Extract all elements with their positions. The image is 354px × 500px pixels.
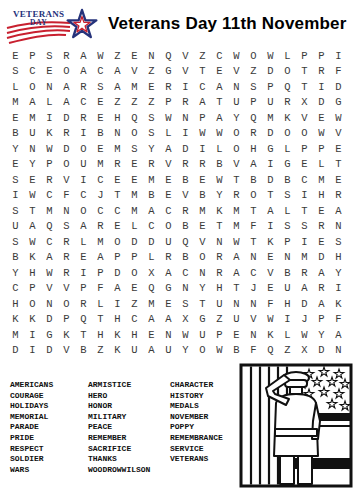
grid-cell: E: [126, 48, 143, 64]
grid-cell: Z: [109, 95, 126, 111]
word-list-item: MEDALS: [170, 401, 246, 412]
grid-cell: R: [58, 265, 75, 281]
grid-cell: E: [143, 79, 160, 95]
word-list-item: CHARACTER: [170, 380, 246, 391]
grid-cell: O: [245, 188, 262, 204]
grid-cell: R: [41, 172, 58, 188]
grid-cell: F: [330, 64, 347, 80]
grid-cell: T: [194, 296, 211, 312]
grid-cell: T: [228, 281, 245, 297]
grid-cell: L: [313, 157, 330, 173]
grid-cell: A: [296, 281, 313, 297]
grid-cell: K: [58, 327, 75, 343]
grid-cell: W: [330, 110, 347, 126]
grid-cell: R: [75, 110, 92, 126]
grid-cell: R: [92, 219, 109, 235]
grid-cell: C: [92, 203, 109, 219]
grid-cell: A: [109, 79, 126, 95]
grid-cell: I: [41, 110, 58, 126]
grid-cell: R: [296, 265, 313, 281]
grid-cell: E: [92, 110, 109, 126]
grid-cell: A: [143, 343, 160, 359]
grid-cell: A: [75, 64, 92, 80]
word-list-item: REMEMBRANCE: [170, 433, 246, 444]
logo-star-icon: [68, 10, 97, 37]
grid-cell: H: [109, 312, 126, 328]
grid-cell: D: [58, 110, 75, 126]
grid-cell: R: [75, 296, 92, 312]
grid-cell: W: [177, 327, 194, 343]
word-list-column-2: ARMISTICEHEROHONORMILITARYPEACEREMEMBERS…: [88, 380, 170, 475]
grid-cell: E: [296, 157, 313, 173]
grid-cell: K: [262, 234, 279, 250]
grid-cell: K: [41, 126, 58, 142]
word-list-item: THANKS: [88, 454, 170, 465]
grid-cell: A: [211, 79, 228, 95]
grid-cell: K: [7, 312, 24, 328]
grid-cell: P: [194, 110, 211, 126]
grid-cell: P: [126, 250, 143, 266]
grid-cell: E: [228, 327, 245, 343]
grid-cell: K: [24, 312, 41, 328]
grid-cell: R: [109, 157, 126, 173]
grid-cell: R: [228, 188, 245, 204]
grid-cell: A: [109, 281, 126, 297]
grid-cell: I: [296, 188, 313, 204]
word-list-item: SERVICE: [170, 444, 246, 455]
wordsearch-grid: EPSRAWZENQVZCWOWLPPISCEOACAVZGVTEVZDOTRF…: [7, 48, 347, 358]
grid-cell: Z: [109, 48, 126, 64]
grid-cell: D: [177, 141, 194, 157]
grid-cell: P: [313, 312, 330, 328]
grid-cell: K: [24, 250, 41, 266]
grid-cell: R: [177, 203, 194, 219]
grid-cell: Q: [279, 79, 296, 95]
grid-cell: W: [211, 172, 228, 188]
word-list-item: COURAGE: [10, 391, 88, 402]
grid-cell: Z: [245, 64, 262, 80]
grid-cell: A: [24, 219, 41, 235]
grid-cell: P: [58, 312, 75, 328]
grid-cell: F: [92, 281, 109, 297]
word-list-item: REMEMBER: [88, 433, 170, 444]
grid-cell: M: [228, 219, 245, 235]
grid-cell: D: [313, 343, 330, 359]
word-list-item: PEACE: [88, 422, 170, 433]
grid-cell: A: [160, 265, 177, 281]
grid-cell: E: [7, 48, 24, 64]
grid-cell: A: [24, 95, 41, 111]
grid-cell: N: [245, 296, 262, 312]
grid-cell: C: [296, 172, 313, 188]
grid-cell: L: [92, 296, 109, 312]
grid-cell: P: [92, 265, 109, 281]
grid-cell: R: [58, 234, 75, 250]
grid-cell: E: [194, 219, 211, 235]
grid-cell: U: [211, 296, 228, 312]
word-list-item: HERO: [88, 391, 170, 402]
grid-cell: O: [58, 296, 75, 312]
grid-cell: K: [262, 327, 279, 343]
grid-cell: Q: [126, 110, 143, 126]
grid-cell: R: [75, 79, 92, 95]
grid-cell: C: [126, 312, 143, 328]
grid-cell: T: [262, 188, 279, 204]
word-list-item: SACRIFICE: [88, 444, 170, 455]
grid-cell: S: [58, 219, 75, 235]
grid-cell: E: [211, 64, 228, 80]
grid-cell: Z: [126, 95, 143, 111]
grid-cell: N: [160, 327, 177, 343]
grid-cell: B: [177, 172, 194, 188]
soldier-leg-left: [280, 456, 294, 484]
grid-cell: L: [75, 234, 92, 250]
grid-cell: E: [160, 296, 177, 312]
grid-cell: A: [41, 250, 58, 266]
grid-cell: E: [7, 157, 24, 173]
grid-cell: F: [262, 296, 279, 312]
grid-cell: R: [177, 157, 194, 173]
grid-cell: U: [126, 343, 143, 359]
grid-cell: X: [296, 95, 313, 111]
grid-cell: B: [7, 250, 24, 266]
grid-cell: W: [41, 265, 58, 281]
grid-cell: U: [24, 126, 41, 142]
grid-cell: F: [245, 343, 262, 359]
grid-cell: P: [296, 48, 313, 64]
grid-cell: O: [160, 219, 177, 235]
grid-cell: C: [109, 203, 126, 219]
grid-cell: W: [211, 343, 228, 359]
grid-cell: E: [126, 157, 143, 173]
grid-cell: S: [177, 296, 194, 312]
grid-cell: P: [313, 48, 330, 64]
word-list-item: NOVEMBER: [170, 412, 246, 423]
grid-cell: N: [24, 141, 41, 157]
grid-cell: Y: [330, 265, 347, 281]
grid-cell: A: [143, 312, 160, 328]
grid-cell: C: [75, 188, 92, 204]
grid-cell: J: [245, 281, 262, 297]
grid-cell: V: [245, 312, 262, 328]
word-list-item: HISTORY: [170, 391, 246, 402]
grid-cell: E: [143, 327, 160, 343]
grid-cell: T: [330, 157, 347, 173]
grid-cell: Z: [143, 95, 160, 111]
grid-cell: U: [279, 281, 296, 297]
grid-cell: C: [92, 172, 109, 188]
grid-cell: V: [160, 157, 177, 173]
word-list-item: ARMISTICE: [88, 380, 170, 391]
grid-cell: V: [262, 265, 279, 281]
grid-cell: H: [24, 265, 41, 281]
grid-cell: P: [75, 281, 92, 297]
grid-cell: M: [313, 172, 330, 188]
grid-cell: I: [194, 141, 211, 157]
grid-cell: H: [313, 188, 330, 204]
grid-cell: H: [7, 296, 24, 312]
grid-cell: T: [296, 203, 313, 219]
grid-cell: E: [109, 219, 126, 235]
grid-cell: W: [160, 110, 177, 126]
grid-cell: M: [143, 296, 160, 312]
word-list-item: AMERICANS: [10, 380, 88, 391]
grid-cell: Q: [41, 219, 58, 235]
grid-cell: I: [109, 296, 126, 312]
grid-cell: C: [211, 48, 228, 64]
grid-cell: Z: [143, 64, 160, 80]
grid-cell: Z: [126, 296, 143, 312]
grid-cell: Q: [160, 48, 177, 64]
grid-cell: U: [160, 234, 177, 250]
grid-cell: G: [160, 64, 177, 80]
grid-cell: Y: [143, 141, 160, 157]
grid-cell: N: [245, 327, 262, 343]
grid-cell: W: [228, 234, 245, 250]
grid-cell: E: [313, 234, 330, 250]
word-list-item: WARS: [10, 465, 88, 476]
grid-cell: Z: [211, 312, 228, 328]
grid-cell: L: [211, 141, 228, 157]
grid-cell: U: [228, 312, 245, 328]
grid-cell: W: [24, 188, 41, 204]
grid-cell: Y: [24, 157, 41, 173]
grid-cell: O: [75, 203, 92, 219]
grid-cell: I: [262, 157, 279, 173]
grid-cell: U: [75, 157, 92, 173]
word-list-item: MEMORIAL: [10, 412, 88, 423]
word-list-item: SOLDIER: [10, 454, 88, 465]
grid-cell: K: [211, 203, 228, 219]
grid-cell: R: [58, 126, 75, 142]
grid-cell: V: [177, 48, 194, 64]
grid-cell: I: [177, 79, 194, 95]
grid-cell: G: [194, 312, 211, 328]
grid-cell: L: [126, 219, 143, 235]
grid-cell: A: [194, 95, 211, 111]
grid-cell: P: [245, 95, 262, 111]
grid-cell: A: [330, 327, 347, 343]
grid-cell: O: [75, 141, 92, 157]
page-title: Veterans Day 11th November: [108, 14, 347, 34]
grid-cell: A: [75, 219, 92, 235]
grid-cell: Q: [143, 281, 160, 297]
grid-cell: D: [262, 126, 279, 142]
grid-cell: M: [92, 157, 109, 173]
grid-cell: Y: [211, 188, 228, 204]
grid-cell: O: [194, 250, 211, 266]
grid-cell: T: [245, 234, 262, 250]
grid-cell: O: [58, 64, 75, 80]
grid-cell: I: [330, 281, 347, 297]
grid-cell: B: [143, 188, 160, 204]
grid-cell: D: [58, 141, 75, 157]
grid-cell: M: [143, 172, 160, 188]
grid-cell: T: [75, 327, 92, 343]
grid-cell: X: [177, 312, 194, 328]
grid-cell: C: [143, 219, 160, 235]
grid-cell: K: [109, 343, 126, 359]
grid-cell: S: [7, 234, 24, 250]
grid-cell: A: [143, 203, 160, 219]
grid-cell: M: [7, 95, 24, 111]
logo-text-day: DAY: [30, 18, 47, 27]
word-list-item: RESPECT: [10, 444, 88, 455]
grid-cell: I: [75, 126, 92, 142]
grid-cell: R: [211, 265, 228, 281]
grid-cell: A: [75, 48, 92, 64]
grid-cell: C: [245, 265, 262, 281]
grid-cell: I: [75, 172, 92, 188]
grid-cell: E: [313, 203, 330, 219]
grid-cell: L: [279, 141, 296, 157]
grid-cell: L: [279, 203, 296, 219]
grid-cell: A: [211, 110, 228, 126]
grid-cell: E: [92, 141, 109, 157]
grid-cell: S: [143, 110, 160, 126]
grid-cell: M: [24, 110, 41, 126]
veterans-day-logo: VETERANS DAY: [6, 3, 102, 45]
grid-cell: K: [279, 110, 296, 126]
grid-cell: Y: [313, 327, 330, 343]
grid-cell: M: [92, 234, 109, 250]
grid-cell: N: [330, 219, 347, 235]
grid-cell: N: [228, 296, 245, 312]
grid-cell: V: [330, 126, 347, 142]
grid-cell: D: [126, 234, 143, 250]
grid-cell: M: [126, 188, 143, 204]
grid-cell: V: [296, 110, 313, 126]
grid-cell: P: [41, 157, 58, 173]
grid-cell: E: [160, 172, 177, 188]
grid-cell: S: [7, 64, 24, 80]
grid-cell: D: [330, 79, 347, 95]
grid-cell: Q: [262, 343, 279, 359]
grid-cell: Q: [245, 110, 262, 126]
word-list-item: PRIDE: [10, 433, 88, 444]
grid-cell: E: [160, 188, 177, 204]
grid-cell: R: [143, 157, 160, 173]
grid-cell: B: [279, 265, 296, 281]
grid-cell: Y: [194, 281, 211, 297]
grid-cell: A: [58, 79, 75, 95]
grid-cell: M: [109, 141, 126, 157]
grid-cell: A: [262, 203, 279, 219]
grid-cell: B: [7, 126, 24, 142]
grid-cell: V: [58, 172, 75, 188]
grid-cell: H: [126, 327, 143, 343]
grid-cell: B: [228, 343, 245, 359]
grid-cell: V: [177, 188, 194, 204]
grid-cell: L: [143, 250, 160, 266]
grid-cell: E: [7, 110, 24, 126]
grid-cell: T: [24, 203, 41, 219]
grid-cell: D: [143, 234, 160, 250]
grid-cell: O: [24, 79, 41, 95]
grid-cell: B: [177, 219, 194, 235]
grid-cell: R: [245, 126, 262, 142]
grid-cell: P: [279, 234, 296, 250]
grid-cell: O: [245, 48, 262, 64]
grid-cell: W: [262, 312, 279, 328]
grid-cell: A: [92, 250, 109, 266]
grid-cell: I: [24, 327, 41, 343]
grid-cell: E: [126, 172, 143, 188]
grid-cell: N: [177, 281, 194, 297]
grid-cell: T: [92, 312, 109, 328]
grid-cell: W: [194, 126, 211, 142]
grid-cell: M: [41, 203, 58, 219]
grid-cell: I: [313, 79, 330, 95]
grid-cell: D: [313, 250, 330, 266]
grid-cell: S: [330, 234, 347, 250]
grid-cell: F: [245, 219, 262, 235]
word-list-column-1: AMERICANSCOURAGEHOLIDAYSMEMORIALPARADEPR…: [10, 380, 88, 475]
grid-cell: F: [58, 188, 75, 204]
grid-cell: E: [41, 64, 58, 80]
word-list-item: VETERANS: [170, 454, 246, 465]
grid-cell: S: [296, 219, 313, 235]
grid-cell: N: [245, 250, 262, 266]
grid-cell: S: [279, 188, 296, 204]
grid-cell: M: [126, 203, 143, 219]
word-list-item: HOLIDAYS: [10, 401, 88, 412]
grid-cell: E: [330, 172, 347, 188]
grid-cell: B: [177, 250, 194, 266]
grid-cell: N: [109, 126, 126, 142]
grid-cell: M: [296, 250, 313, 266]
grid-cell: E: [194, 172, 211, 188]
grid-cell: V: [58, 281, 75, 297]
grid-cell: E: [262, 250, 279, 266]
grid-cell: V: [58, 343, 75, 359]
grid-cell: R: [211, 250, 228, 266]
grid-cell: O: [194, 343, 211, 359]
grid-cell: S: [245, 79, 262, 95]
grid-cell: A: [160, 312, 177, 328]
grid-cell: W: [296, 327, 313, 343]
grid-cell: O: [296, 126, 313, 142]
grid-cell: R: [279, 95, 296, 111]
grid-cell: B: [279, 172, 296, 188]
grid-cell: V: [228, 64, 245, 80]
grid-cell: P: [24, 48, 41, 64]
grid-cell: W: [313, 126, 330, 142]
grid-cell: L: [279, 48, 296, 64]
grid-cell: S: [279, 219, 296, 235]
grid-cell: C: [194, 79, 211, 95]
grid-cell: E: [92, 95, 109, 111]
grid-cell: E: [313, 110, 330, 126]
grid-cell: F: [330, 312, 347, 328]
grid-cell: W: [92, 48, 109, 64]
grid-cell: D: [313, 95, 330, 111]
word-list-item: HONOR: [88, 401, 170, 412]
grid-cell: B: [245, 172, 262, 188]
grid-cell: G: [262, 141, 279, 157]
grid-cell: P: [313, 141, 330, 157]
soldier-belt: [275, 429, 317, 436]
grid-cell: Z: [194, 48, 211, 64]
grid-cell: C: [41, 234, 58, 250]
grid-cell: Y: [177, 343, 194, 359]
grid-cell: X: [143, 265, 160, 281]
grid-cell: M: [7, 327, 24, 343]
grid-cell: S: [126, 141, 143, 157]
grid-cell: O: [109, 234, 126, 250]
grid-cell: J: [92, 188, 109, 204]
grid-cell: A: [313, 296, 330, 312]
